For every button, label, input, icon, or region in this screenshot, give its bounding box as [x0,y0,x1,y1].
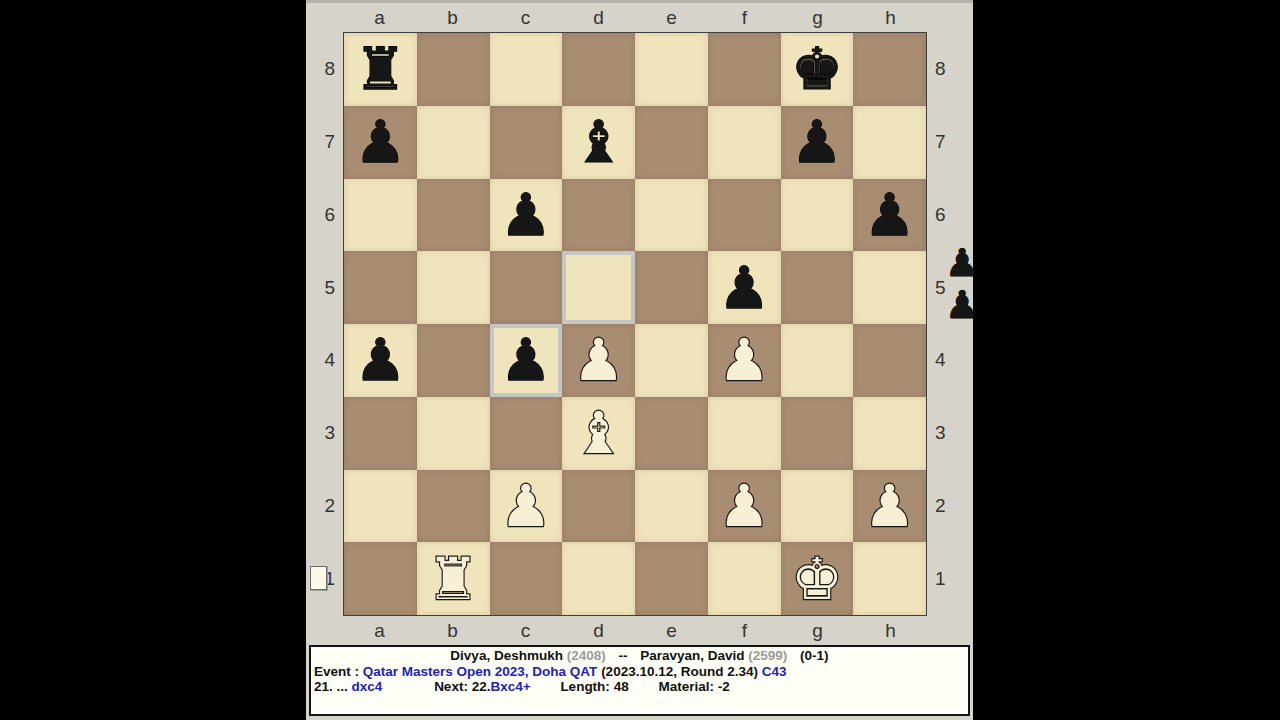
move-played: dxc4 [352,679,383,694]
side-to-move-indicator [310,566,327,590]
black-rook-piece: ♜ [354,33,406,105]
event-details: (2023.10.12, Round 2.34) [601,664,758,679]
white-pawn-piece: ♟ [573,324,625,396]
square-c1[interactable] [490,542,563,615]
captured-black-pawn-icon: ♟ [945,284,973,326]
square-d7[interactable]: ♝ [562,106,635,179]
square-c3[interactable] [490,397,563,470]
file-label-a: a [343,620,416,642]
white-pawn-piece: ♟ [718,470,770,542]
square-b8[interactable] [417,33,490,106]
square-f3[interactable] [708,397,781,470]
square-b1[interactable]: ♜ [417,542,490,615]
square-e1[interactable] [635,542,708,615]
file-label-f: f [708,7,781,29]
eco-code: C43 [762,664,787,679]
captured-pieces-tray: ♟♟ [945,242,973,326]
square-a8[interactable]: ♜ [344,33,417,106]
square-f4[interactable]: ♟ [708,324,781,397]
players-separator: -- [618,648,627,663]
players-line: Divya, Deshmukh (2408) -- Paravyan, Davi… [311,648,968,664]
square-h2[interactable]: ♟ [853,470,926,543]
square-a1[interactable] [344,542,417,615]
square-d3[interactable]: ♝ [562,397,635,470]
square-g3[interactable] [781,397,854,470]
square-e8[interactable] [635,33,708,106]
white-pawn-piece: ♟ [718,324,770,396]
square-e4[interactable] [635,324,708,397]
square-b6[interactable] [417,179,490,252]
black-player-rating: (2599) [748,648,787,663]
square-f7[interactable] [708,106,781,179]
material-value: -2 [718,679,730,694]
move-number: 21. [314,679,333,694]
rank-labels-left: 87654321 [314,33,338,615]
rank-label-2: 2 [314,470,338,543]
black-pawn-piece: ♟ [354,324,406,396]
square-f8[interactable] [708,33,781,106]
square-a7[interactable]: ♟ [344,106,417,179]
black-king-piece: ♚ [791,33,843,105]
white-rook-piece: ♜ [427,543,479,615]
square-h3[interactable] [853,397,926,470]
square-a2[interactable] [344,470,417,543]
file-label-d: d [562,7,635,29]
square-d8[interactable] [562,33,635,106]
black-bishop-piece: ♝ [573,106,625,178]
rank-label-2: 2 [932,470,956,543]
black-pawn-piece: ♟ [354,106,406,178]
rank-label-7: 7 [932,106,956,179]
game-result: (0-1) [800,648,829,663]
event-line: Event : Qatar Masters Open 2023, Doha QA… [311,664,968,680]
square-b7[interactable] [417,106,490,179]
file-label-g: g [781,620,854,642]
black-pawn-piece: ♟ [500,179,552,251]
file-label-h: h [854,620,927,642]
square-e2[interactable] [635,470,708,543]
square-b5[interactable] [417,251,490,324]
file-label-e: e [635,7,708,29]
square-h7[interactable] [853,106,926,179]
square-c4[interactable]: ♟ [490,324,563,397]
file-label-h: h [854,7,927,29]
game-info-panel: Divya, Deshmukh (2408) -- Paravyan, Davi… [309,645,970,716]
square-h4[interactable] [853,324,926,397]
square-h8[interactable] [853,33,926,106]
rank-label-5: 5 [314,251,338,324]
event-name: Qatar Masters Open 2023, Doha QAT [363,664,598,679]
black-pawn-piece: ♟ [718,252,770,324]
app-background: abcdefgh abcdefgh 87654321 87654321 ♜♚♟♝… [306,0,973,720]
square-c7[interactable] [490,106,563,179]
square-e6[interactable] [635,179,708,252]
square-f6[interactable] [708,179,781,252]
square-a3[interactable] [344,397,417,470]
material-label: Material: [658,679,714,694]
length-label: Length: [560,679,610,694]
rank-label-6: 6 [314,179,338,252]
square-b3[interactable] [417,397,490,470]
square-d1[interactable] [562,542,635,615]
next-label: Next: [434,679,468,694]
square-f5[interactable]: ♟ [708,251,781,324]
black-pawn-piece: ♟ [500,324,552,396]
square-d4[interactable]: ♟ [562,324,635,397]
length-value: 48 [614,679,629,694]
file-label-c: c [489,620,562,642]
rank-label-8: 8 [932,33,956,106]
file-label-b: b [416,620,489,642]
white-pawn-piece: ♟ [864,470,916,542]
white-player-name: Divya, Deshmukh [450,648,563,663]
move-line: 21. ... dxc4 Next: 22.Bxc4+ Length: 48 M… [311,679,968,695]
square-g1[interactable]: ♚ [781,542,854,615]
captured-black-pawn-icon: ♟ [945,242,973,284]
square-f1[interactable] [708,542,781,615]
square-c8[interactable] [490,33,563,106]
square-a5[interactable] [344,251,417,324]
rank-label-8: 8 [314,33,338,106]
square-d2[interactable] [562,470,635,543]
square-e7[interactable] [635,106,708,179]
square-e3[interactable] [635,397,708,470]
move-ellipsis: ... [337,679,348,694]
square-h6[interactable]: ♟ [853,179,926,252]
square-d6[interactable] [562,179,635,252]
square-c5[interactable] [490,251,563,324]
chess-board[interactable]: ♜♚♟♝♟♟♟♟♟♟♟♟♝♟♟♟♜♚ [343,32,927,616]
square-b4[interactable] [417,324,490,397]
square-b2[interactable] [417,470,490,543]
square-e5[interactable] [635,251,708,324]
white-pawn-piece: ♟ [500,470,552,542]
square-g8[interactable]: ♚ [781,33,854,106]
square-g6[interactable] [781,179,854,252]
white-king-piece: ♚ [791,543,843,615]
square-d5[interactable] [562,251,635,324]
top-strip [306,0,973,3]
square-h1[interactable] [853,542,926,615]
square-g4[interactable] [781,324,854,397]
next-move: 22.Bxc4+ [472,679,531,694]
square-c6[interactable]: ♟ [490,179,563,252]
square-a4[interactable]: ♟ [344,324,417,397]
file-label-b: b [416,7,489,29]
square-a6[interactable] [344,179,417,252]
file-labels-bottom: abcdefgh [343,620,927,642]
file-labels-top: abcdefgh [343,7,927,29]
black-pawn-piece: ♟ [864,179,916,251]
file-label-f: f [708,620,781,642]
file-label-e: e [635,620,708,642]
black-player-name: Paravyan, David [640,648,744,663]
square-g7[interactable]: ♟ [781,106,854,179]
white-player-rating: (2408) [567,648,606,663]
square-g5[interactable] [781,251,854,324]
file-label-d: d [562,620,635,642]
file-label-c: c [489,7,562,29]
square-g2[interactable] [781,470,854,543]
file-label-a: a [343,7,416,29]
square-c2[interactable]: ♟ [490,470,563,543]
square-h5[interactable] [853,251,926,324]
rank-label-7: 7 [314,106,338,179]
rank-label-3: 3 [314,397,338,470]
file-label-g: g [781,7,854,29]
black-pawn-piece: ♟ [791,106,843,178]
rank-label-3: 3 [932,397,956,470]
rank-label-4: 4 [314,324,338,397]
square-f2[interactable]: ♟ [708,470,781,543]
event-label: Event : [314,664,359,679]
rank-label-1: 1 [932,542,956,615]
rank-label-4: 4 [932,324,956,397]
white-bishop-piece: ♝ [573,397,625,469]
